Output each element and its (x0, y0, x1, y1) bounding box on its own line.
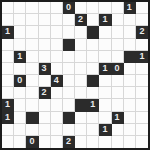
cell-r2c6[interactable] (75, 26, 87, 38)
cell-r4c5[interactable] (63, 51, 75, 63)
wall-cell-r6c7 (87, 75, 99, 87)
cell-r8c5[interactable] (63, 99, 75, 111)
cell-r4c7[interactable] (87, 51, 99, 63)
cell-r3c4[interactable] (51, 39, 63, 51)
cell-r3c8[interactable] (99, 39, 111, 51)
cell-r6c8[interactable] (99, 75, 111, 87)
cell-r10c2[interactable] (26, 124, 38, 136)
cell-r10c7[interactable] (87, 124, 99, 136)
cell-r1c11[interactable] (136, 14, 148, 26)
clue-cell-r11c2: 0 (26, 136, 38, 148)
cell-r7c4[interactable] (51, 87, 63, 99)
cell-r2c10[interactable] (124, 26, 136, 38)
clue-cell-r0c10: 1 (124, 2, 136, 14)
cell-r3c11[interactable] (136, 39, 148, 51)
cell-r2c8[interactable] (99, 26, 111, 38)
clue-cell-r0c5: 0 (63, 2, 75, 14)
cell-r9c11[interactable] (136, 112, 148, 124)
cell-r0c7[interactable] (87, 2, 99, 14)
cell-r5c0[interactable] (2, 63, 14, 75)
cell-r7c5[interactable] (63, 87, 75, 99)
clue-cell-r10c8: 1 (99, 124, 111, 136)
cell-r7c7[interactable] (87, 87, 99, 99)
cell-r9c7[interactable] (87, 112, 99, 124)
cell-r3c7[interactable] (87, 39, 99, 51)
cell-r4c2[interactable] (26, 51, 38, 63)
cell-r8c8[interactable] (99, 99, 111, 111)
clue-cell-r4c1: 1 (14, 51, 26, 63)
cell-r10c1[interactable] (14, 124, 26, 136)
cell-r11c3[interactable] (39, 136, 51, 148)
cell-r2c1[interactable] (14, 26, 26, 38)
cell-r7c6[interactable] (75, 87, 87, 99)
cell-r2c4[interactable] (51, 26, 63, 38)
wall-cell-r3c5 (63, 39, 75, 51)
cell-r10c0[interactable] (2, 124, 14, 136)
cell-r8c11[interactable] (136, 99, 148, 111)
clue-cell-r5c9: 0 (112, 63, 124, 75)
cell-r3c2[interactable] (26, 39, 38, 51)
cell-r8c9[interactable] (112, 99, 124, 111)
clue-cell-r5c3: 3 (39, 63, 51, 75)
wall-cell-r8c6 (75, 99, 87, 111)
cell-r9c4[interactable] (51, 112, 63, 124)
cell-r8c10[interactable] (124, 99, 136, 111)
clue-cell-r8c7: 1 (87, 99, 99, 111)
cell-r11c7[interactable] (87, 136, 99, 148)
clue-cell-r8c0: 1 (2, 99, 14, 111)
wall-cell-r9c5 (63, 112, 75, 124)
cell-r6c2[interactable] (26, 75, 38, 87)
cell-r4c3[interactable] (39, 51, 51, 63)
cell-r2c2[interactable] (26, 26, 38, 38)
cell-r10c10[interactable] (124, 124, 136, 136)
cell-r5c4[interactable] (51, 63, 63, 75)
cell-r6c5[interactable] (63, 75, 75, 87)
cell-r4c9[interactable] (112, 51, 124, 63)
cell-r11c9[interactable] (112, 136, 124, 148)
cell-r0c6[interactable] (75, 2, 87, 14)
cell-r6c6[interactable] (75, 75, 87, 87)
cell-r6c0[interactable] (2, 75, 14, 87)
cell-r0c9[interactable] (112, 2, 124, 14)
cell-r3c1[interactable] (14, 39, 26, 51)
cell-r11c10[interactable] (124, 136, 136, 148)
cell-r4c0[interactable] (2, 51, 14, 63)
cell-r5c7[interactable] (87, 63, 99, 75)
cell-r11c11[interactable] (136, 136, 148, 148)
cell-r6c11[interactable] (136, 75, 148, 87)
cell-r1c9[interactable] (112, 14, 124, 26)
cell-r11c0[interactable] (2, 136, 14, 148)
cell-r3c6[interactable] (75, 39, 87, 51)
cell-r9c10[interactable] (124, 112, 136, 124)
cell-r6c9[interactable] (112, 75, 124, 87)
cell-r1c0[interactable] (2, 14, 14, 26)
cell-r6c3[interactable] (39, 75, 51, 87)
cell-r11c1[interactable] (14, 136, 26, 148)
cell-r10c9[interactable] (112, 124, 124, 136)
clue-cell-r1c8: 1 (99, 14, 111, 26)
cell-r4c4[interactable] (51, 51, 63, 63)
cell-r1c5[interactable] (63, 14, 75, 26)
clue-cell-r9c9: 1 (112, 112, 124, 124)
cell-r3c3[interactable] (39, 39, 51, 51)
cell-r10c4[interactable] (51, 124, 63, 136)
cell-r0c3[interactable] (39, 2, 51, 14)
cell-r1c1[interactable] (14, 14, 26, 26)
cell-r0c2[interactable] (26, 2, 38, 14)
clue-cell-r11c5: 2 (63, 136, 75, 148)
cell-r7c9[interactable] (112, 87, 124, 99)
cell-r10c11[interactable] (136, 124, 148, 136)
cell-r3c9[interactable] (112, 39, 124, 51)
cell-r9c1[interactable] (14, 112, 26, 124)
cell-r5c1[interactable] (14, 63, 26, 75)
cell-r1c4[interactable] (51, 14, 63, 26)
clue-cell-r1c6: 2 (75, 14, 87, 26)
wall-cell-r2c7 (87, 26, 99, 38)
cell-r8c2[interactable] (26, 99, 38, 111)
cell-r7c10[interactable] (124, 87, 136, 99)
cell-r5c6[interactable] (75, 63, 87, 75)
clue-cell-r5c8: 1 (99, 63, 111, 75)
cell-r6c10[interactable] (124, 75, 136, 87)
cell-r5c5[interactable] (63, 63, 75, 75)
cell-r10c6[interactable] (75, 124, 87, 136)
cell-r10c3[interactable] (39, 124, 51, 136)
cell-r4c8[interactable] (99, 51, 111, 63)
cell-r1c2[interactable] (26, 14, 38, 26)
cell-r7c1[interactable] (14, 87, 26, 99)
cell-r9c3[interactable] (39, 112, 51, 124)
cell-r9c8[interactable] (99, 112, 111, 124)
cell-r0c11[interactable] (136, 2, 148, 14)
cell-r7c8[interactable] (99, 87, 111, 99)
clue-cell-r6c4: 4 (51, 75, 63, 87)
cell-r2c3[interactable] (39, 26, 51, 38)
cell-r0c8[interactable] (99, 2, 111, 14)
clue-cell-r6c1: 0 (14, 75, 26, 87)
cell-r1c7[interactable] (87, 14, 99, 26)
cell-r11c8[interactable] (99, 136, 111, 148)
wall-cell-r9c2 (26, 112, 38, 124)
cell-r7c2[interactable] (26, 87, 38, 99)
cell-r5c2[interactable] (26, 63, 38, 75)
cell-r8c3[interactable] (39, 99, 51, 111)
cell-r2c5[interactable] (63, 26, 75, 38)
cell-r3c10[interactable] (124, 39, 136, 51)
cell-r11c6[interactable] (75, 136, 87, 148)
cell-r8c4[interactable] (51, 99, 63, 111)
cell-r9c6[interactable] (75, 112, 87, 124)
cell-r11c4[interactable] (51, 136, 63, 148)
cell-r8c1[interactable] (14, 99, 26, 111)
cell-r0c1[interactable] (14, 2, 26, 14)
akari-board: 012112113100421111102 (0, 0, 150, 150)
wall-cell-r4c10 (124, 51, 136, 63)
clue-cell-r9c0: 1 (2, 112, 14, 124)
cell-r0c4[interactable] (51, 2, 63, 14)
cell-r1c10[interactable] (124, 14, 136, 26)
cell-r5c10[interactable] (124, 63, 136, 75)
clue-cell-r2c0: 1 (2, 26, 14, 38)
cell-r5c11[interactable] (136, 63, 148, 75)
clue-cell-r7c3: 2 (39, 87, 51, 99)
cell-r10c5[interactable] (63, 124, 75, 136)
clue-cell-r2c11: 2 (136, 26, 148, 38)
cell-r7c11[interactable] (136, 87, 148, 99)
cell-r7c0[interactable] (2, 87, 14, 99)
clue-cell-r4c11: 1 (136, 51, 148, 63)
cell-r0c0[interactable] (2, 2, 14, 14)
cell-r2c9[interactable] (112, 26, 124, 38)
cell-r1c3[interactable] (39, 14, 51, 26)
cell-r4c6[interactable] (75, 51, 87, 63)
cell-r3c0[interactable] (2, 39, 14, 51)
